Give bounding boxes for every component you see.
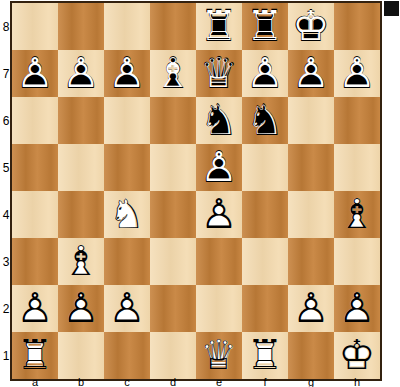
white-knight-icon: ♞	[104, 191, 150, 238]
white-rook-f1[interactable]: ♜♖	[242, 332, 288, 379]
black-pawn-icon: ♟	[10, 48, 59, 98]
white-pawn-outline-icon: ♙	[58, 285, 104, 332]
square-b1[interactable]	[58, 332, 104, 379]
white-knight-c4[interactable]: ♞♘	[104, 191, 150, 238]
black-knight-icon: ♞	[240, 95, 289, 145]
black-pawn-c7[interactable]: ♟♙	[104, 50, 150, 97]
white-pawn-outline-icon: ♙	[196, 191, 242, 238]
black-rook-outline-icon: ♖	[196, 3, 242, 50]
square-f8[interactable]: ♜♖	[242, 3, 288, 50]
white-queen-icon: ♛	[196, 332, 242, 379]
black-pawn-b7[interactable]: ♟♙	[58, 50, 104, 97]
black-bishop-outline-icon: ♗	[150, 50, 196, 97]
file-label-e: e	[196, 378, 242, 387]
black-knight-f6[interactable]: ♞♘	[242, 97, 288, 144]
square-c7[interactable]: ♟♙	[104, 50, 150, 97]
white-pawn-outline-icon: ♙	[334, 285, 380, 332]
black-pawn-outline-icon: ♙	[196, 144, 242, 191]
white-queen-e1[interactable]: ♛♕	[196, 332, 242, 379]
black-rook-e8[interactable]: ♜♖	[196, 3, 242, 50]
black-pawn-outline-icon: ♙	[58, 50, 104, 97]
square-h6[interactable]	[334, 97, 380, 144]
square-f6[interactable]: ♞♘	[242, 97, 288, 144]
square-b3[interactable]: ♝♗	[58, 238, 104, 285]
white-pawn-b2[interactable]: ♟♙	[58, 285, 104, 332]
square-h7[interactable]: ♟♙	[334, 50, 380, 97]
square-h8[interactable]	[334, 3, 380, 50]
square-f4[interactable]	[242, 191, 288, 238]
black-knight-e6[interactable]: ♞♘	[196, 97, 242, 144]
square-h5[interactable]	[334, 144, 380, 191]
white-pawn-h2[interactable]: ♟♙	[334, 285, 380, 332]
square-d3[interactable]	[150, 238, 196, 285]
white-pawn-icon: ♟	[12, 285, 58, 332]
white-pawn-a2[interactable]: ♟♙	[12, 285, 58, 332]
square-c5[interactable]	[104, 144, 150, 191]
white-rook-outline-icon: ♖	[12, 332, 58, 379]
square-d1[interactable]	[150, 332, 196, 379]
white-bishop-h4[interactable]: ♝♗	[334, 191, 380, 238]
black-knight-icon: ♞	[194, 95, 243, 145]
black-king-icon: ♚	[286, 1, 335, 51]
square-f3[interactable]	[242, 238, 288, 285]
white-pawn-outline-icon: ♙	[12, 285, 58, 332]
square-d4[interactable]	[150, 191, 196, 238]
square-a8[interactable]	[12, 3, 58, 50]
black-pawn-outline-icon: ♙	[334, 50, 380, 97]
file-labels: abcdefgh	[12, 378, 380, 387]
square-a3[interactable]	[12, 238, 58, 285]
black-pawn-icon: ♟	[286, 48, 335, 98]
square-g3[interactable]	[288, 238, 334, 285]
black-pawn-g7[interactable]: ♟♙	[288, 50, 334, 97]
chess-board[interactable]: ♜♖♜♖♚♔♟♙♟♙♟♙♝♗♛♕♟♙♟♙♟♙♞♘♞♘♟♙♞♘♟♙♝♗♝♗♟♙♟♙…	[10, 1, 382, 381]
black-king-outline-icon: ♔	[288, 3, 334, 50]
square-f2[interactable]	[242, 285, 288, 332]
square-c1[interactable]	[104, 332, 150, 379]
black-rook-outline-icon: ♖	[242, 3, 288, 50]
square-g2[interactable]: ♟♙	[288, 285, 334, 332]
black-pawn-icon: ♟	[56, 48, 105, 98]
white-rook-icon: ♜	[12, 332, 58, 379]
square-h2[interactable]: ♟♙	[334, 285, 380, 332]
square-h3[interactable]	[334, 238, 380, 285]
square-f5[interactable]	[242, 144, 288, 191]
square-e2[interactable]	[196, 285, 242, 332]
white-rook-outline-icon: ♖	[242, 332, 288, 379]
black-rook-f8[interactable]: ♜♖	[242, 3, 288, 50]
square-f7[interactable]: ♟♙	[242, 50, 288, 97]
white-pawn-c2[interactable]: ♟♙	[104, 285, 150, 332]
white-king-outline-icon: ♔	[334, 332, 380, 379]
black-bishop-d7[interactable]: ♝♗	[150, 50, 196, 97]
white-bishop-outline-icon: ♗	[334, 191, 380, 238]
white-pawn-icon: ♟	[288, 285, 334, 332]
square-a7[interactable]: ♟♙	[12, 50, 58, 97]
black-queen-icon: ♛	[194, 48, 243, 98]
file-label-d: d	[150, 378, 196, 387]
square-b4[interactable]	[58, 191, 104, 238]
black-pawn-a7[interactable]: ♟♙	[12, 50, 58, 97]
black-pawn-icon: ♟	[194, 142, 243, 192]
square-e1[interactable]: ♛♕	[196, 332, 242, 379]
white-pawn-e4[interactable]: ♟♙	[196, 191, 242, 238]
square-c4[interactable]: ♞♘	[104, 191, 150, 238]
square-e8[interactable]: ♜♖	[196, 3, 242, 50]
black-knight-outline-icon: ♘	[196, 97, 242, 144]
square-b8[interactable]	[58, 3, 104, 50]
white-bishop-icon: ♝	[58, 238, 104, 285]
square-g7[interactable]: ♟♙	[288, 50, 334, 97]
square-c3[interactable]	[104, 238, 150, 285]
square-b6[interactable]	[58, 97, 104, 144]
white-knight-outline-icon: ♘	[104, 191, 150, 238]
white-queen-outline-icon: ♕	[196, 332, 242, 379]
white-rook-a1[interactable]: ♜♖	[12, 332, 58, 379]
square-d2[interactable]	[150, 285, 196, 332]
square-b7[interactable]: ♟♙	[58, 50, 104, 97]
square-g1[interactable]	[288, 332, 334, 379]
file-label-a: a	[12, 378, 58, 387]
square-h1[interactable]: ♚♔	[334, 332, 380, 379]
square-e3[interactable]	[196, 238, 242, 285]
white-pawn-icon: ♟	[58, 285, 104, 332]
file-label-b: b	[58, 378, 104, 387]
square-c2[interactable]: ♟♙	[104, 285, 150, 332]
square-a2[interactable]: ♟♙	[12, 285, 58, 332]
white-pawn-outline-icon: ♙	[104, 285, 150, 332]
black-pawn-icon: ♟	[332, 48, 381, 98]
white-bishop-b3[interactable]: ♝♗	[58, 238, 104, 285]
black-queen-e7[interactable]: ♛♕	[196, 50, 242, 97]
square-e5[interactable]: ♟♙	[196, 144, 242, 191]
square-d8[interactable]	[150, 3, 196, 50]
white-pawn-g2[interactable]: ♟♙	[288, 285, 334, 332]
black-pawn-outline-icon: ♙	[242, 50, 288, 97]
black-pawn-outline-icon: ♙	[104, 50, 150, 97]
square-d7[interactable]: ♝♗	[150, 50, 196, 97]
black-king-g8[interactable]: ♚♔	[288, 3, 334, 50]
black-knight-outline-icon: ♘	[242, 97, 288, 144]
black-pawn-h7[interactable]: ♟♙	[334, 50, 380, 97]
file-label-c: c	[104, 378, 150, 387]
black-pawn-e5[interactable]: ♟♙	[196, 144, 242, 191]
white-king-h1[interactable]: ♚♔	[334, 332, 380, 379]
square-e7[interactable]: ♛♕	[196, 50, 242, 97]
file-label-g: g	[288, 378, 334, 387]
chess-diagram: 87654321 ♜♖♜♖♚♔♟♙♟♙♟♙♝♗♛♕♟♙♟♙♟♙♞♘♞♘♟♙♞♘♟…	[0, 0, 400, 387]
black-pawn-outline-icon: ♙	[288, 50, 334, 97]
white-pawn-icon: ♟	[334, 285, 380, 332]
black-pawn-icon: ♟	[102, 48, 151, 98]
rank-labels: 87654321	[0, 3, 10, 379]
square-a6[interactable]	[12, 97, 58, 144]
black-queen-outline-icon: ♕	[196, 50, 242, 97]
white-bishop-outline-icon: ♗	[58, 238, 104, 285]
square-d5[interactable]	[150, 144, 196, 191]
square-a1[interactable]: ♜♖	[12, 332, 58, 379]
white-pawn-outline-icon: ♙	[288, 285, 334, 332]
square-g8[interactable]: ♚♔	[288, 3, 334, 50]
file-label-h: h	[334, 378, 380, 387]
file-label-f: f	[242, 378, 288, 387]
black-rook-icon: ♜	[194, 1, 243, 51]
square-g5[interactable]	[288, 144, 334, 191]
black-bishop-icon: ♝	[148, 48, 197, 98]
square-e6[interactable]: ♞♘	[196, 97, 242, 144]
square-h4[interactable]: ♝♗	[334, 191, 380, 238]
square-d6[interactable]	[150, 97, 196, 144]
square-c6[interactable]	[104, 97, 150, 144]
black-rook-icon: ♜	[240, 1, 289, 51]
square-f1[interactable]: ♜♖	[242, 332, 288, 379]
black-pawn-icon: ♟	[240, 48, 289, 98]
white-bishop-icon: ♝	[334, 191, 380, 238]
white-pawn-icon: ♟	[196, 191, 242, 238]
white-pawn-icon: ♟	[104, 285, 150, 332]
square-g4[interactable]	[288, 191, 334, 238]
black-to-move-indicator	[384, 1, 399, 16]
square-b2[interactable]: ♟♙	[58, 285, 104, 332]
black-pawn-f7[interactable]: ♟♙	[242, 50, 288, 97]
black-pawn-outline-icon: ♙	[12, 50, 58, 97]
square-b5[interactable]	[58, 144, 104, 191]
white-king-icon: ♚	[334, 332, 380, 379]
white-rook-icon: ♜	[242, 332, 288, 379]
square-c8[interactable]	[104, 3, 150, 50]
square-e4[interactable]: ♟♙	[196, 191, 242, 238]
square-g6[interactable]	[288, 97, 334, 144]
square-a4[interactable]	[12, 191, 58, 238]
square-a5[interactable]	[12, 144, 58, 191]
